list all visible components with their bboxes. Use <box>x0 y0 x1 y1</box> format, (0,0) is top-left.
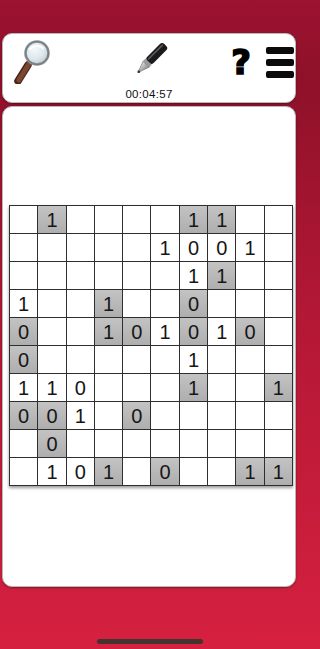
grid-cell-r10c9[interactable]: 1 <box>236 458 263 485</box>
grid-cell-r6c7[interactable]: 1 <box>180 346 207 373</box>
grid-cell-r1c3[interactable] <box>67 206 94 233</box>
grid-cell-r6c4[interactable] <box>95 346 122 373</box>
grid-cell-r3c8[interactable]: 1 <box>208 262 235 289</box>
grid-cell-r8c3[interactable]: 1 <box>67 402 94 429</box>
grid-cell-r1c9[interactable] <box>236 206 263 233</box>
grid-cell-r3c6[interactable] <box>151 262 178 289</box>
grid-cell-r2c1[interactable] <box>10 234 37 261</box>
grid-cell-r2c9[interactable]: 1 <box>236 234 263 261</box>
magnifier-icon <box>12 38 54 87</box>
grid-cell-r8c6[interactable] <box>151 402 178 429</box>
grid-cell-r7c3[interactable]: 0 <box>67 374 94 401</box>
grid-cell-r5c9[interactable]: 0 <box>236 318 263 345</box>
grid-cell-r5c4[interactable]: 1 <box>95 318 122 345</box>
grid-cell-r5c5[interactable]: 0 <box>123 318 150 345</box>
grid-cell-r6c8[interactable] <box>208 346 235 373</box>
grid-cell-r7c9[interactable] <box>236 374 263 401</box>
grid-cell-r8c4[interactable] <box>95 402 122 429</box>
grid-cell-r3c7[interactable]: 1 <box>180 262 207 289</box>
grid-cell-r10c4[interactable]: 1 <box>95 458 122 485</box>
grid-cell-r7c10[interactable]: 1 <box>265 374 292 401</box>
grid-cell-r5c3[interactable] <box>67 318 94 345</box>
grid-cell-r4c1[interactable]: 1 <box>10 290 37 317</box>
grid-cell-r1c6[interactable] <box>151 206 178 233</box>
zoom-button[interactable] <box>11 39 55 85</box>
board-card: 1111001111100101010011101100100101011 <box>2 106 296 587</box>
grid-cell-r8c2[interactable]: 0 <box>38 402 65 429</box>
grid-cell-r4c2[interactable] <box>38 290 65 317</box>
grid-cell-r4c8[interactable] <box>208 290 235 317</box>
grid-cell-r9c4[interactable] <box>95 430 122 457</box>
help-icon: ? <box>231 45 251 79</box>
grid-cell-r1c8[interactable]: 1 <box>208 206 235 233</box>
menu-button[interactable] <box>258 39 300 85</box>
grid-cell-r2c3[interactable] <box>67 234 94 261</box>
grid-cell-r10c7[interactable] <box>180 458 207 485</box>
grid-cell-r1c2[interactable]: 1 <box>38 206 65 233</box>
grid-cell-r7c4[interactable] <box>95 374 122 401</box>
grid-cell-r6c10[interactable] <box>265 346 292 373</box>
grid-cell-r10c1[interactable] <box>10 458 37 485</box>
grid-cell-r4c3[interactable] <box>67 290 94 317</box>
grid-cell-r1c1[interactable] <box>10 206 37 233</box>
help-button[interactable]: ? <box>219 39 263 85</box>
grid-cell-r2c7[interactable]: 0 <box>180 234 207 261</box>
grid-cell-r4c4[interactable]: 1 <box>95 290 122 317</box>
grid-cell-r10c5[interactable] <box>123 458 150 485</box>
grid-cell-r2c2[interactable] <box>38 234 65 261</box>
grid-cell-r1c5[interactable] <box>123 206 150 233</box>
grid-cell-r9c5[interactable] <box>123 430 150 457</box>
grid-cell-r9c9[interactable] <box>236 430 263 457</box>
grid-cell-r7c2[interactable]: 1 <box>38 374 65 401</box>
grid-cell-r5c8[interactable]: 1 <box>208 318 235 345</box>
grid-cell-r6c3[interactable] <box>67 346 94 373</box>
grid-cell-r6c9[interactable] <box>236 346 263 373</box>
grid-cell-r3c4[interactable] <box>95 262 122 289</box>
timer-label: 00:04:57 <box>3 88 295 100</box>
grid-cell-r7c7[interactable]: 1 <box>180 374 207 401</box>
grid-cell-r9c7[interactable] <box>180 430 207 457</box>
grid-cell-r3c3[interactable] <box>67 262 94 289</box>
grid-cell-r5c10[interactable] <box>265 318 292 345</box>
grid-cell-r2c5[interactable] <box>123 234 150 261</box>
grid-cell-r10c2[interactable]: 1 <box>38 458 65 485</box>
grid-cell-r4c7[interactable]: 0 <box>180 290 207 317</box>
grid-cell-r6c1[interactable]: 0 <box>10 346 37 373</box>
grid-cell-r9c10[interactable] <box>265 430 292 457</box>
grid-cell-r7c6[interactable] <box>151 374 178 401</box>
grid-cell-r9c3[interactable] <box>67 430 94 457</box>
grid-cell-r10c3[interactable]: 0 <box>67 458 94 485</box>
grid-cell-r3c10[interactable] <box>265 262 292 289</box>
grid-cell-r7c5[interactable] <box>123 374 150 401</box>
grid-cell-r3c9[interactable] <box>236 262 263 289</box>
grid-cell-r7c1[interactable]: 1 <box>10 374 37 401</box>
grid-cell-r9c1[interactable] <box>10 430 37 457</box>
grid-cell-r8c5[interactable]: 0 <box>123 402 150 429</box>
toolbar-card: ? 00:04:57 <box>2 33 296 103</box>
grid-cell-r8c7[interactable] <box>180 402 207 429</box>
grid-cell-r10c8[interactable] <box>208 458 235 485</box>
home-indicator <box>97 639 203 644</box>
grid-cell-r2c4[interactable] <box>95 234 122 261</box>
grid-cell-r9c2[interactable]: 0 <box>38 430 65 457</box>
grid-cell-r4c9[interactable] <box>236 290 263 317</box>
grid-cell-r8c9[interactable] <box>236 402 263 429</box>
menu-icon <box>266 44 294 80</box>
grid-cell-r10c10[interactable]: 1 <box>265 458 292 485</box>
puzzle-grid: 1111001111100101010011101100100101011 <box>9 205 293 486</box>
grid-cell-r6c2[interactable] <box>38 346 65 373</box>
grid-cell-r8c8[interactable] <box>208 402 235 429</box>
grid-cell-r4c5[interactable] <box>123 290 150 317</box>
grid-cell-r5c7[interactable]: 0 <box>180 318 207 345</box>
grid-cell-r2c8[interactable]: 0 <box>208 234 235 261</box>
grid-cell-r9c6[interactable] <box>151 430 178 457</box>
grid-cell-r3c1[interactable] <box>10 262 37 289</box>
grid-cell-r2c6[interactable]: 1 <box>151 234 178 261</box>
grid-cell-r2c10[interactable] <box>265 234 292 261</box>
grid-cell-r1c10[interactable] <box>265 206 292 233</box>
pen-icon <box>130 40 172 85</box>
grid-cell-r6c6[interactable] <box>151 346 178 373</box>
grid-cell-r1c4[interactable] <box>95 206 122 233</box>
grid-cell-r9c8[interactable] <box>208 430 235 457</box>
grid-cell-r8c10[interactable] <box>265 402 292 429</box>
grid-cell-r10c6[interactable]: 0 <box>151 458 178 485</box>
grid-cell-r4c6[interactable] <box>151 290 178 317</box>
grid-cell-r8c1[interactable]: 0 <box>10 402 37 429</box>
grid-cell-r6c5[interactable] <box>123 346 150 373</box>
grid-cell-r5c1[interactable]: 0 <box>10 318 37 345</box>
grid-cell-r3c2[interactable] <box>38 262 65 289</box>
pen-button[interactable] <box>129 39 173 85</box>
grid-cell-r4c10[interactable] <box>265 290 292 317</box>
grid-cell-r3c5[interactable] <box>123 262 150 289</box>
grid-cell-r7c8[interactable] <box>208 374 235 401</box>
grid-cell-r5c6[interactable]: 1 <box>151 318 178 345</box>
grid-cell-r1c7[interactable]: 1 <box>180 206 207 233</box>
grid-cell-r5c2[interactable] <box>38 318 65 345</box>
